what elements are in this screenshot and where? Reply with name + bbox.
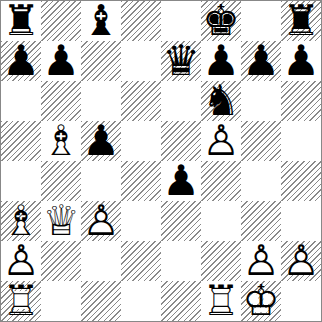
white-rook-fill-glyph: ♜ [1, 281, 41, 321]
square-b7[interactable]: ♟ [41, 41, 81, 81]
black-pawn-glyph: ♟ [41, 41, 81, 81]
white-king-fill-glyph: ♚ [241, 281, 281, 321]
square-d5[interactable] [121, 121, 161, 161]
piece-black-rook: ♜ [1, 1, 41, 41]
square-c8[interactable]: ♝ [81, 1, 121, 41]
chess-board: ♜♝♚♜♟♟♛♟♟♟♞♝♗♟♟♙♟♝♗♛♕♟♙♟♙♟♙♟♙♜♖♜♖♚♔ [0, 0, 322, 322]
piece-white-rook: ♜♖ [201, 281, 241, 321]
square-e2[interactable] [161, 241, 201, 281]
square-e1[interactable] [161, 281, 201, 321]
white-pawn-fill-glyph: ♟ [1, 241, 41, 281]
black-bishop-glyph: ♝ [81, 1, 121, 41]
square-e4[interactable]: ♟ [161, 161, 201, 201]
white-rook-outline-glyph: ♖ [1, 281, 41, 321]
black-king-glyph: ♚ [201, 1, 241, 41]
square-g2[interactable]: ♟♙ [241, 241, 281, 281]
square-d4[interactable] [121, 161, 161, 201]
square-a3[interactable]: ♝♗ [1, 201, 41, 241]
square-b5[interactable]: ♝♗ [41, 121, 81, 161]
square-c3[interactable]: ♟♙ [81, 201, 121, 241]
square-a7[interactable]: ♟ [1, 41, 41, 81]
piece-white-pawn: ♟♙ [81, 201, 121, 241]
square-g7[interactable]: ♟ [241, 41, 281, 81]
square-d2[interactable] [121, 241, 161, 281]
white-pawn-fill-glyph: ♟ [201, 121, 241, 161]
piece-white-pawn: ♟♙ [281, 241, 321, 281]
black-rook-glyph: ♜ [281, 1, 321, 41]
black-pawn-glyph: ♟ [81, 121, 121, 161]
piece-black-pawn: ♟ [81, 121, 121, 161]
square-c1[interactable] [81, 281, 121, 321]
piece-white-pawn: ♟♙ [241, 241, 281, 281]
square-b6[interactable] [41, 81, 81, 121]
square-f8[interactable]: ♚ [201, 1, 241, 41]
square-a4[interactable] [1, 161, 41, 201]
square-h3[interactable] [281, 201, 321, 241]
square-h1[interactable] [281, 281, 321, 321]
black-pawn-glyph: ♟ [241, 41, 281, 81]
square-e7[interactable]: ♛ [161, 41, 201, 81]
square-e5[interactable] [161, 121, 201, 161]
piece-white-rook: ♜♖ [1, 281, 41, 321]
square-f2[interactable] [201, 241, 241, 281]
square-b1[interactable] [41, 281, 81, 321]
white-bishop-fill-glyph: ♝ [1, 201, 41, 241]
piece-black-pawn: ♟ [1, 41, 41, 81]
black-queen-glyph: ♛ [161, 41, 201, 81]
square-f3[interactable] [201, 201, 241, 241]
white-pawn-fill-glyph: ♟ [281, 241, 321, 281]
square-a2[interactable]: ♟♙ [1, 241, 41, 281]
square-f7[interactable]: ♟ [201, 41, 241, 81]
piece-black-knight: ♞ [201, 81, 241, 121]
white-bishop-outline-glyph: ♗ [1, 201, 41, 241]
white-rook-fill-glyph: ♜ [201, 281, 241, 321]
square-b4[interactable] [41, 161, 81, 201]
black-pawn-glyph: ♟ [281, 41, 321, 81]
square-a8[interactable]: ♜ [1, 1, 41, 41]
square-a1[interactable]: ♜♖ [1, 281, 41, 321]
piece-black-pawn: ♟ [281, 41, 321, 81]
white-king-outline-glyph: ♔ [241, 281, 281, 321]
piece-black-queen: ♛ [161, 41, 201, 81]
square-e3[interactable] [161, 201, 201, 241]
piece-white-bishop: ♝♗ [41, 121, 81, 161]
square-h7[interactable]: ♟ [281, 41, 321, 81]
piece-white-bishop: ♝♗ [1, 201, 41, 241]
square-c4[interactable] [81, 161, 121, 201]
piece-black-pawn: ♟ [201, 41, 241, 81]
square-e8[interactable] [161, 1, 201, 41]
piece-black-pawn: ♟ [161, 161, 201, 201]
piece-black-pawn: ♟ [241, 41, 281, 81]
square-e6[interactable] [161, 81, 201, 121]
square-g5[interactable] [241, 121, 281, 161]
white-pawn-fill-glyph: ♟ [241, 241, 281, 281]
square-d6[interactable] [121, 81, 161, 121]
square-b3[interactable]: ♛♕ [41, 201, 81, 241]
square-c2[interactable] [81, 241, 121, 281]
piece-black-bishop: ♝ [81, 1, 121, 41]
white-pawn-outline-glyph: ♙ [281, 241, 321, 281]
black-pawn-glyph: ♟ [201, 41, 241, 81]
white-pawn-outline-glyph: ♙ [81, 201, 121, 241]
square-f5[interactable]: ♟♙ [201, 121, 241, 161]
square-h8[interactable]: ♜ [281, 1, 321, 41]
square-h2[interactable]: ♟♙ [281, 241, 321, 281]
square-c6[interactable] [81, 81, 121, 121]
square-a5[interactable] [1, 121, 41, 161]
piece-black-rook: ♜ [281, 1, 321, 41]
square-d7[interactable] [121, 41, 161, 81]
square-a6[interactable] [1, 81, 41, 121]
white-pawn-fill-glyph: ♟ [81, 201, 121, 241]
piece-white-king: ♚♔ [241, 281, 281, 321]
black-pawn-glyph: ♟ [161, 161, 201, 201]
square-d1[interactable] [121, 281, 161, 321]
white-queen-outline-glyph: ♕ [41, 201, 81, 241]
square-d8[interactable] [121, 1, 161, 41]
square-h5[interactable] [281, 121, 321, 161]
square-g1[interactable]: ♚♔ [241, 281, 281, 321]
square-b2[interactable] [41, 241, 81, 281]
square-f1[interactable]: ♜♖ [201, 281, 241, 321]
white-bishop-outline-glyph: ♗ [41, 121, 81, 161]
square-g6[interactable] [241, 81, 281, 121]
piece-white-pawn: ♟♙ [201, 121, 241, 161]
square-g8[interactable] [241, 1, 281, 41]
piece-black-king: ♚ [201, 1, 241, 41]
square-g3[interactable] [241, 201, 281, 241]
black-pawn-glyph: ♟ [1, 41, 41, 81]
square-c5[interactable]: ♟ [81, 121, 121, 161]
square-h4[interactable] [281, 161, 321, 201]
square-d3[interactable] [121, 201, 161, 241]
square-f4[interactable] [201, 161, 241, 201]
square-f6[interactable]: ♞ [201, 81, 241, 121]
white-pawn-outline-glyph: ♙ [201, 121, 241, 161]
black-knight-glyph: ♞ [201, 81, 241, 121]
white-pawn-outline-glyph: ♙ [1, 241, 41, 281]
piece-black-pawn: ♟ [41, 41, 81, 81]
piece-white-pawn: ♟♙ [1, 241, 41, 281]
square-b8[interactable] [41, 1, 81, 41]
piece-white-queen: ♛♕ [41, 201, 81, 241]
square-g4[interactable] [241, 161, 281, 201]
white-queen-fill-glyph: ♛ [41, 201, 81, 241]
white-pawn-outline-glyph: ♙ [241, 241, 281, 281]
square-h6[interactable] [281, 81, 321, 121]
white-rook-outline-glyph: ♖ [201, 281, 241, 321]
square-c7[interactable] [81, 41, 121, 81]
black-rook-glyph: ♜ [1, 1, 41, 41]
white-bishop-fill-glyph: ♝ [41, 121, 81, 161]
